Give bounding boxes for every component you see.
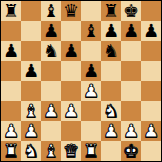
- square-a5[interactable]: [1, 61, 21, 81]
- square-d8[interactable]: ♛: [61, 1, 81, 21]
- white-knight-icon[interactable]: ♞: [103, 101, 119, 121]
- square-f4[interactable]: [101, 81, 121, 101]
- square-c6[interactable]: ♞: [41, 41, 61, 61]
- square-d6[interactable]: ♟: [61, 41, 81, 61]
- square-c4[interactable]: [41, 81, 61, 101]
- square-c1[interactable]: ♝: [41, 141, 61, 161]
- white-pawn-icon[interactable]: ♟: [103, 121, 119, 141]
- black-rook-icon[interactable]: ♜: [103, 1, 119, 21]
- square-b3[interactable]: ♝: [21, 101, 41, 121]
- square-d2[interactable]: [61, 121, 81, 141]
- black-pawn-icon[interactable]: ♟: [83, 61, 99, 81]
- square-b5[interactable]: ♟: [21, 61, 41, 81]
- square-g6[interactable]: [121, 41, 141, 61]
- white-pawn-icon[interactable]: ♟: [23, 121, 39, 141]
- black-pawn-icon[interactable]: ♟: [123, 21, 139, 41]
- square-g5[interactable]: [121, 61, 141, 81]
- square-h6[interactable]: [141, 41, 161, 61]
- white-king-icon[interactable]: ♚: [123, 141, 139, 161]
- square-h3[interactable]: [141, 101, 161, 121]
- square-b1[interactable]: ♞: [21, 141, 41, 161]
- square-f5[interactable]: [101, 61, 121, 81]
- black-knight-icon[interactable]: ♞: [43, 41, 59, 61]
- white-pawn-icon[interactable]: ♟: [43, 101, 59, 121]
- square-b4[interactable]: [21, 81, 41, 101]
- square-g8[interactable]: ♚: [121, 1, 141, 21]
- white-rook-icon[interactable]: ♜: [83, 141, 99, 161]
- square-a8[interactable]: ♜: [1, 1, 21, 21]
- square-d1[interactable]: ♛: [61, 141, 81, 161]
- square-h5[interactable]: [141, 61, 161, 81]
- black-pawn-icon[interactable]: ♟: [63, 41, 79, 61]
- black-king-icon[interactable]: ♚: [123, 1, 139, 21]
- square-h4[interactable]: [141, 81, 161, 101]
- square-c2[interactable]: [41, 121, 61, 141]
- square-a7[interactable]: [1, 21, 21, 41]
- square-e4[interactable]: ♟: [81, 81, 101, 101]
- square-a4[interactable]: [1, 81, 21, 101]
- black-queen-icon[interactable]: ♛: [63, 1, 79, 21]
- square-c8[interactable]: ♝: [41, 1, 61, 21]
- square-f1[interactable]: [101, 141, 121, 161]
- white-bishop-icon[interactable]: ♝: [43, 141, 59, 161]
- black-rook-icon[interactable]: ♜: [3, 1, 19, 21]
- square-h8[interactable]: [141, 1, 161, 21]
- black-pawn-icon[interactable]: ♟: [3, 41, 19, 61]
- square-g2[interactable]: ♟: [121, 121, 141, 141]
- black-pawn-icon[interactable]: ♟: [143, 21, 159, 41]
- square-e5[interactable]: ♟: [81, 61, 101, 81]
- black-knight-icon[interactable]: ♞: [103, 41, 119, 61]
- square-b6[interactable]: [21, 41, 41, 61]
- white-pawn-icon[interactable]: ♟: [83, 81, 99, 101]
- black-pawn-icon[interactable]: ♟: [23, 61, 39, 81]
- square-d7[interactable]: [61, 21, 81, 41]
- square-e6[interactable]: [81, 41, 101, 61]
- square-b7[interactable]: [21, 21, 41, 41]
- square-g3[interactable]: [121, 101, 141, 121]
- black-pawn-icon[interactable]: ♟: [103, 21, 119, 41]
- square-h7[interactable]: ♟: [141, 21, 161, 41]
- square-f6[interactable]: ♞: [101, 41, 121, 61]
- black-bishop-icon[interactable]: ♝: [43, 1, 59, 21]
- square-c3[interactable]: ♟: [41, 101, 61, 121]
- square-e7[interactable]: ♝: [81, 21, 101, 41]
- black-pawn-icon[interactable]: ♟: [43, 21, 59, 41]
- square-a1[interactable]: ♜: [1, 141, 21, 161]
- white-pawn-icon[interactable]: ♟: [123, 121, 139, 141]
- square-f2[interactable]: ♟: [101, 121, 121, 141]
- square-f8[interactable]: ♜: [101, 1, 121, 21]
- white-pawn-icon[interactable]: ♟: [3, 121, 19, 141]
- square-c5[interactable]: [41, 61, 61, 81]
- square-e2[interactable]: [81, 121, 101, 141]
- square-h2[interactable]: ♟: [141, 121, 161, 141]
- white-knight-icon[interactable]: ♞: [23, 141, 39, 161]
- white-queen-icon[interactable]: ♛: [63, 141, 79, 161]
- square-a2[interactable]: ♟: [1, 121, 21, 141]
- square-d5[interactable]: [61, 61, 81, 81]
- white-pawn-icon[interactable]: ♟: [63, 101, 79, 121]
- square-b8[interactable]: [21, 1, 41, 21]
- square-f3[interactable]: ♞: [101, 101, 121, 121]
- square-f7[interactable]: ♟: [101, 21, 121, 41]
- square-e3[interactable]: [81, 101, 101, 121]
- square-c7[interactable]: ♟: [41, 21, 61, 41]
- square-d3[interactable]: ♟: [61, 101, 81, 121]
- white-pawn-icon[interactable]: ♟: [143, 121, 159, 141]
- square-h1[interactable]: [141, 141, 161, 161]
- chess-board: ♜♝♛♜♚♟♝♟♟♟♟♞♟♞♟♟♟♝♟♟♞♟♟♟♟♟♜♞♝♛♜♚: [0, 0, 162, 162]
- board-container: ♜♝♛♜♚♟♝♟♟♟♟♞♟♞♟♟♟♝♟♟♞♟♟♟♟♟♜♞♝♛♜♚: [0, 0, 162, 162]
- white-bishop-icon[interactable]: ♝: [23, 101, 39, 121]
- square-a6[interactable]: ♟: [1, 41, 21, 61]
- square-e8[interactable]: [81, 1, 101, 21]
- square-g4[interactable]: [121, 81, 141, 101]
- black-bishop-icon[interactable]: ♝: [83, 21, 99, 41]
- square-g7[interactable]: ♟: [121, 21, 141, 41]
- square-g1[interactable]: ♚: [121, 141, 141, 161]
- square-b2[interactable]: ♟: [21, 121, 41, 141]
- white-rook-icon[interactable]: ♜: [3, 141, 19, 161]
- square-e1[interactable]: ♜: [81, 141, 101, 161]
- square-a3[interactable]: [1, 101, 21, 121]
- square-d4[interactable]: [61, 81, 81, 101]
